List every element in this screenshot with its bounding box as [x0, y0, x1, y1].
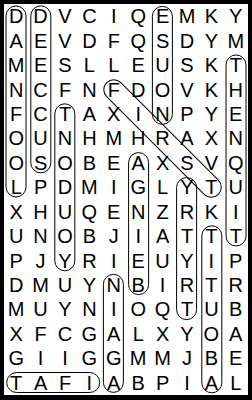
grid-cell[interactable]: L	[102, 53, 126, 77]
grid-cell[interactable]: U	[150, 248, 174, 272]
grid-cell[interactable]: I	[53, 346, 77, 370]
grid-cell[interactable]: A	[150, 224, 174, 248]
grid-cell[interactable]: M	[77, 175, 101, 199]
grid-cell[interactable]: A	[28, 371, 52, 395]
grid-cell[interactable]: H	[28, 200, 52, 224]
grid-cell[interactable]: I	[102, 297, 126, 321]
grid-cell[interactable]: X	[4, 322, 28, 346]
grid-cell[interactable]: I	[77, 371, 101, 395]
grid-cell[interactable]: G	[102, 346, 126, 370]
grid-cell[interactable]: L	[4, 175, 28, 199]
grid-cell[interactable]: N	[28, 224, 52, 248]
grid-cell[interactable]: S	[53, 53, 77, 77]
grid-cell[interactable]: D	[175, 28, 199, 52]
grid-cell[interactable]: L	[150, 175, 174, 199]
word-search-puzzle: DDVCIQEMKYAEVDFQSDYMMESLLEUSKTNCFNFDOVKH…	[0, 0, 252, 400]
grid-cell[interactable]: S	[175, 53, 199, 77]
grid-cell[interactable]: T	[53, 102, 77, 126]
grid-cell[interactable]: M	[126, 346, 150, 370]
grid-cell[interactable]: U	[28, 297, 52, 321]
grid-cell[interactable]: U	[53, 273, 77, 297]
grid-cell[interactable]: P	[28, 175, 52, 199]
grid-cell[interactable]: G	[126, 175, 150, 199]
grid-cell[interactable]: I	[102, 248, 126, 272]
grid-cell[interactable]: D	[4, 273, 28, 297]
grid-cell[interactable]: S	[150, 28, 174, 52]
grid-cell[interactable]: A	[199, 371, 223, 395]
grid-cell[interactable]: Y	[175, 322, 199, 346]
grid-cell[interactable]: N	[53, 126, 77, 150]
grid-cell[interactable]: B	[77, 151, 101, 175]
grid-cell[interactable]: Y	[199, 28, 223, 52]
grid-cell[interactable]: I	[199, 248, 223, 272]
grid-cell[interactable]: G	[4, 346, 28, 370]
grid-cell[interactable]: H	[224, 77, 248, 101]
grid-cell[interactable]: X	[150, 151, 174, 175]
grid-cell[interactable]: E	[102, 200, 126, 224]
grid-cell[interactable]: T	[199, 175, 223, 199]
grid-cell[interactable]: H	[77, 126, 101, 150]
grid-cell[interactable]: F	[102, 28, 126, 52]
grid-cell[interactable]: V	[175, 77, 199, 101]
grid-cell[interactable]: I	[102, 175, 126, 199]
grid-cell[interactable]: G	[77, 322, 101, 346]
grid-cell[interactable]: E	[224, 346, 248, 370]
grid-cell[interactable]: T	[175, 224, 199, 248]
grid-cell[interactable]: T	[4, 371, 28, 395]
grid-cell[interactable]: I	[175, 371, 199, 395]
grid-cell[interactable]: C	[28, 102, 52, 126]
grid-cell[interactable]: R	[150, 126, 174, 150]
grid-cell[interactable]: N	[126, 200, 150, 224]
grid-cell[interactable]: E	[126, 248, 150, 272]
grid-cell[interactable]: T	[175, 297, 199, 321]
grid-cell[interactable]: N	[77, 297, 101, 321]
grid-cell[interactable]: N	[4, 77, 28, 101]
grid-cell[interactable]: D	[77, 28, 101, 52]
grid-cell[interactable]: I	[102, 4, 126, 28]
grid-cell[interactable]: Y	[199, 102, 223, 126]
grid-cell[interactable]: R	[175, 200, 199, 224]
grid-cell[interactable]: Y	[53, 297, 77, 321]
grid-cell[interactable]: T	[199, 273, 223, 297]
word-search-board: DDVCIQEMKYAEVDFQSDYMMESLLEUSKTNCFNFDOVKH…	[4, 4, 248, 395]
grid-cell[interactable]: X	[102, 102, 126, 126]
grid-cell[interactable]: S	[175, 151, 199, 175]
grid-cell[interactable]: J	[175, 346, 199, 370]
grid-cell[interactable]: O	[4, 126, 28, 150]
grid-cell[interactable]: P	[224, 248, 248, 272]
grid-cell[interactable]: X	[199, 126, 223, 150]
grid-cell[interactable]: R	[77, 248, 101, 272]
grid-cell[interactable]: A	[77, 102, 101, 126]
grid-cell[interactable]: S	[28, 151, 52, 175]
grid-cell[interactable]: M	[4, 53, 28, 77]
grid-cell[interactable]: U	[199, 297, 223, 321]
grid-cell[interactable]: L	[77, 53, 101, 77]
grid-cell[interactable]: N	[102, 273, 126, 297]
grid-cell[interactable]: H	[126, 126, 150, 150]
grid-cell[interactable]: J	[102, 224, 126, 248]
grid-cell[interactable]: Y	[175, 248, 199, 272]
grid-cell[interactable]: O	[126, 297, 150, 321]
grid-cell[interactable]: M	[4, 297, 28, 321]
grid-cell[interactable]: O	[53, 151, 77, 175]
grid-cell[interactable]: D	[126, 77, 150, 101]
grid-cell[interactable]: E	[126, 53, 150, 77]
letter-grid: DDVCIQEMKYAEVDFQSDYMMESLLEUSKTNCFNFDOVKH…	[4, 4, 248, 395]
grid-cell[interactable]: F	[102, 77, 126, 101]
grid-cell[interactable]: M	[102, 126, 126, 150]
grid-cell[interactable]: I	[28, 346, 52, 370]
grid-cell[interactable]: Y	[175, 175, 199, 199]
grid-cell[interactable]: L	[224, 371, 248, 395]
grid-cell[interactable]: O	[53, 224, 77, 248]
grid-cell[interactable]: Y	[53, 248, 77, 272]
grid-cell[interactable]: I	[126, 224, 150, 248]
grid-cell[interactable]: E	[28, 53, 52, 77]
grid-cell[interactable]: K	[199, 77, 223, 101]
grid-cell[interactable]: K	[199, 200, 223, 224]
grid-cell[interactable]: Z	[150, 200, 174, 224]
grid-cell[interactable]: B	[126, 273, 150, 297]
grid-cell[interactable]: D	[53, 175, 77, 199]
grid-cell[interactable]: N	[224, 126, 248, 150]
grid-cell[interactable]: A	[4, 28, 28, 52]
grid-cell[interactable]: A	[102, 371, 126, 395]
grid-cell[interactable]: A	[126, 151, 150, 175]
grid-cell[interactable]: E	[224, 102, 248, 126]
grid-cell[interactable]: T	[224, 53, 248, 77]
grid-cell[interactable]: D	[28, 4, 52, 28]
grid-cell[interactable]: B	[77, 224, 101, 248]
grid-cell[interactable]: O	[199, 322, 223, 346]
grid-cell[interactable]: D	[4, 4, 28, 28]
grid-cell[interactable]: E	[150, 4, 174, 28]
grid-cell[interactable]: K	[199, 53, 223, 77]
grid-cell[interactable]: C	[53, 322, 77, 346]
grid-cell[interactable]: U	[224, 175, 248, 199]
grid-cell[interactable]: V	[53, 4, 77, 28]
grid-cell[interactable]: A	[102, 322, 126, 346]
grid-cell[interactable]: O	[150, 77, 174, 101]
grid-cell[interactable]: E	[102, 151, 126, 175]
grid-cell[interactable]: P	[150, 371, 174, 395]
grid-cell[interactable]: I	[224, 200, 248, 224]
grid-cell[interactable]: V	[199, 151, 223, 175]
grid-cell[interactable]: Q	[77, 200, 101, 224]
grid-cell[interactable]: A	[224, 322, 248, 346]
grid-cell[interactable]: K	[199, 4, 223, 28]
grid-cell[interactable]: N	[150, 102, 174, 126]
grid-cell[interactable]: X	[4, 200, 28, 224]
grid-cell[interactable]: B	[224, 297, 248, 321]
grid-cell[interactable]: Y	[224, 4, 248, 28]
grid-cell[interactable]: B	[199, 346, 223, 370]
grid-cell[interactable]: T	[224, 224, 248, 248]
grid-cell[interactable]: L	[126, 322, 150, 346]
grid-cell[interactable]: P	[175, 102, 199, 126]
grid-cell[interactable]: F	[53, 77, 77, 101]
grid-cell[interactable]: U	[4, 224, 28, 248]
grid-cell[interactable]: B	[126, 371, 150, 395]
grid-cell[interactable]: I	[150, 273, 174, 297]
grid-cell[interactable]: I	[126, 102, 150, 126]
grid-cell[interactable]: M	[28, 273, 52, 297]
grid-cell[interactable]: M	[150, 346, 174, 370]
grid-cell[interactable]: Y	[77, 273, 101, 297]
grid-cell[interactable]: Q	[126, 28, 150, 52]
grid-cell[interactable]: Q	[224, 151, 248, 175]
grid-cell[interactable]: E	[28, 28, 52, 52]
grid-cell[interactable]: C	[28, 77, 52, 101]
grid-cell[interactable]: P	[4, 248, 28, 272]
grid-cell[interactable]: Q	[126, 4, 150, 28]
grid-cell[interactable]: U	[150, 53, 174, 77]
grid-cell[interactable]: A	[175, 126, 199, 150]
grid-cell[interactable]: G	[77, 346, 101, 370]
grid-cell[interactable]: U	[28, 126, 52, 150]
grid-cell[interactable]: M	[175, 4, 199, 28]
grid-cell[interactable]: C	[77, 4, 101, 28]
grid-cell[interactable]: Q	[150, 297, 174, 321]
grid-cell[interactable]: R	[175, 273, 199, 297]
grid-cell[interactable]: U	[53, 200, 77, 224]
grid-cell[interactable]: N	[77, 77, 101, 101]
grid-cell[interactable]: R	[224, 273, 248, 297]
grid-cell[interactable]: O	[4, 151, 28, 175]
grid-cell[interactable]: F	[53, 371, 77, 395]
grid-cell[interactable]: M	[224, 28, 248, 52]
grid-cell[interactable]: F	[28, 322, 52, 346]
grid-cell[interactable]: X	[150, 322, 174, 346]
grid-cell[interactable]: V	[53, 28, 77, 52]
grid-cell[interactable]: J	[28, 248, 52, 272]
grid-cell[interactable]: F	[4, 102, 28, 126]
grid-cell[interactable]: T	[199, 224, 223, 248]
